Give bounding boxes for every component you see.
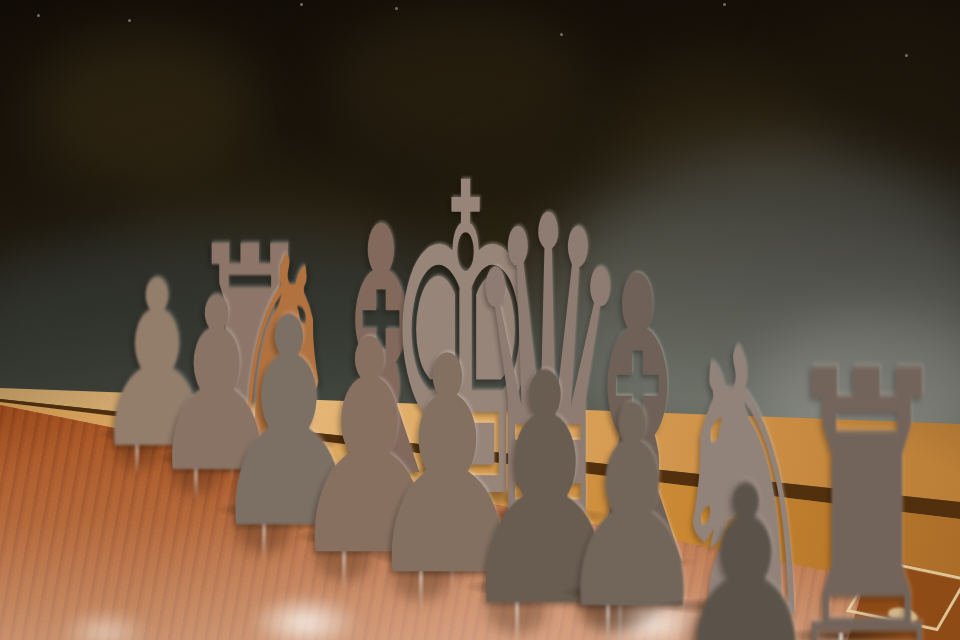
pawn-glyph: ♟ [672,497,774,640]
piece-a2-pawn[interactable]: ♟ [648,497,798,640]
pieces-layer: ♜♞♝♚♛♝♞♜♟♟♟♟♟♟♟♟ [0,0,960,640]
chess-photo-canvas: ♜♞♝♚♛♝♞♜♟♟♟♟♟♟♟♟ [0,0,960,640]
